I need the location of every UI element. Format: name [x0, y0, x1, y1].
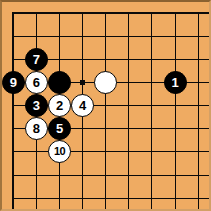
grid-line-vertical — [12, 12, 14, 209]
grid-line-vertical — [105, 12, 106, 209]
stone-black-move-1: 1 — [164, 71, 187, 94]
grid-line-vertical — [151, 12, 152, 209]
stone-white-move-8: 8 — [25, 117, 48, 140]
stone-black-move-3: 3 — [25, 94, 48, 117]
stone-black-move-7: 7 — [25, 48, 48, 71]
grid-line-vertical — [198, 12, 199, 209]
grid-line-horizontal — [12, 151, 209, 152]
grid-line-horizontal — [12, 12, 209, 14]
stone-white-move-4: 4 — [71, 94, 94, 117]
stone-move-number: 5 — [56, 122, 63, 135]
stone-move-number: 1 — [171, 76, 178, 89]
grid-line-horizontal — [12, 36, 209, 37]
stone-move-number: 2 — [56, 99, 63, 112]
stone-white-move-6: 6 — [25, 71, 48, 94]
grid-line-horizontal — [12, 175, 209, 176]
grid-line-horizontal — [12, 198, 209, 199]
stone-move-number: 8 — [33, 122, 40, 135]
stone-black-move-5: 5 — [48, 117, 71, 140]
stone-black — [48, 71, 71, 94]
stone-move-number: 3 — [33, 99, 40, 112]
grid-line-vertical — [175, 12, 176, 209]
stone-white — [94, 71, 117, 94]
stone-move-number: 9 — [10, 76, 17, 89]
stone-move-number: 10 — [54, 146, 65, 157]
stone-move-number: 7 — [33, 53, 40, 66]
stone-move-number: 6 — [33, 76, 40, 89]
stone-white-move-10: 10 — [48, 140, 71, 163]
grid-line-vertical — [128, 12, 129, 209]
hoshi-point — [80, 80, 85, 85]
go-board: 12345678910 — [0, 0, 211, 211]
stone-white-move-2: 2 — [48, 94, 71, 117]
stone-move-number: 4 — [79, 99, 86, 112]
stone-black-move-9: 9 — [2, 71, 25, 94]
